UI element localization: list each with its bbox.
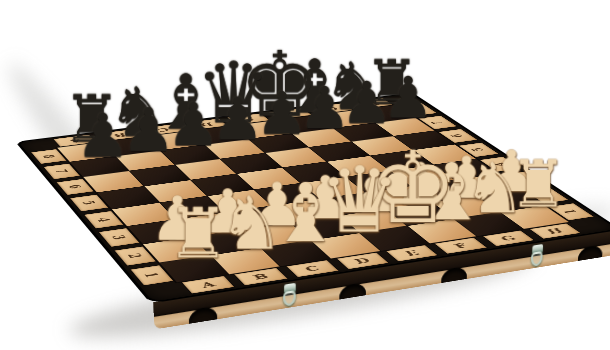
piece-white-rook-a1[interactable]: ♜ <box>167 199 221 268</box>
file-label-bottom-e-text: E <box>402 249 422 258</box>
file-label-bottom-d-text: D <box>352 256 373 265</box>
file-label-bottom-h-text: H <box>544 227 567 236</box>
board-frame: ABCDEFGH ABCDEFGH 87654321 87654321 ♜♞♝♛… <box>15 93 610 304</box>
rank-label-left-4-text: 4 <box>93 217 114 223</box>
chess-set-photo: ABCDEFGH ABCDEFGH 87654321 87654321 ♜♞♝♛… <box>0 0 610 350</box>
front-notch <box>577 244 602 270</box>
rank-label-left-3-text: 3 <box>108 234 130 240</box>
rank-label-right-7-text: 7 <box>428 120 447 125</box>
chess-board: ABCDEFGH ABCDEFGH 87654321 87654321 ♜♞♝♛… <box>15 93 610 304</box>
rank-label-left-8-text: 8 <box>39 154 59 159</box>
rank-label-left-5-text: 5 <box>79 200 100 206</box>
rank-label-left-2-text: 2 <box>124 252 146 259</box>
front-latch-right <box>530 244 544 268</box>
rank-label-left-6-text: 6 <box>65 184 85 190</box>
latch-hook-ring <box>283 290 296 307</box>
file-label-bottom-c-text: C <box>302 264 322 273</box>
front-latch-left <box>282 283 297 308</box>
file-label-bottom-a-text: A <box>198 280 217 289</box>
file-label-bottom-f-text: F <box>451 241 470 249</box>
file-label-bottom-b-text: B <box>250 272 271 281</box>
latch-hook-ring <box>531 251 543 267</box>
file-label-bottom-g-text: G <box>497 234 518 243</box>
rank-label-left-1-text: 1 <box>140 272 163 279</box>
rank-label-left-7-text: 7 <box>52 169 72 174</box>
